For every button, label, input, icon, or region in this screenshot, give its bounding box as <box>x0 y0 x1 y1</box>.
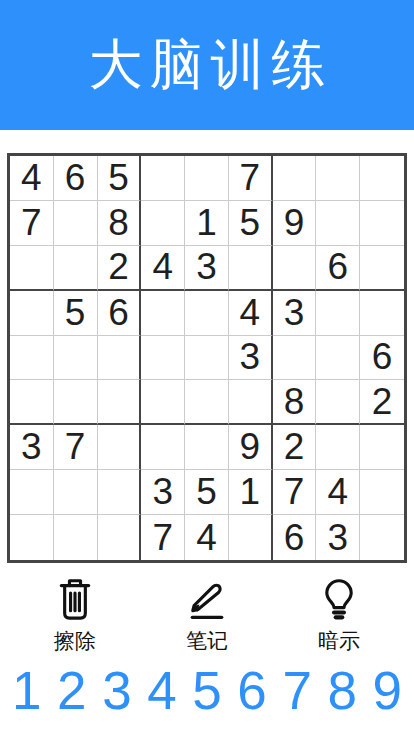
digit-button-1[interactable]: 1 <box>12 664 41 717</box>
cell-r2c5[interactable]: 1 <box>185 201 229 246</box>
cell-r6c3[interactable] <box>98 380 142 425</box>
cell-r7c9[interactable] <box>360 425 404 470</box>
hint-button[interactable]: 暗示 <box>299 576 379 655</box>
erase-label: 擦除 <box>54 627 96 655</box>
cell-r1c1[interactable]: 4 <box>10 156 54 201</box>
cell-r7c1[interactable]: 3 <box>10 425 54 470</box>
cell-r2c9[interactable] <box>360 201 404 246</box>
digit-button-5[interactable]: 5 <box>192 664 221 717</box>
cell-r4c7[interactable]: 3 <box>273 291 317 336</box>
cell-r7c6[interactable]: 9 <box>229 425 273 470</box>
cell-r8c5[interactable]: 5 <box>185 470 229 515</box>
cell-r4c9[interactable] <box>360 291 404 336</box>
cell-r7c8[interactable] <box>316 425 360 470</box>
cell-r5c6[interactable]: 3 <box>229 336 273 381</box>
cell-r1c3[interactable]: 5 <box>98 156 142 201</box>
page-title: 大脑训练 <box>82 29 333 102</box>
cell-r5c8[interactable] <box>316 336 360 381</box>
cell-r9c3[interactable] <box>98 515 142 560</box>
cell-r1c4[interactable] <box>141 156 185 201</box>
cell-r4c3[interactable]: 6 <box>98 291 142 336</box>
cell-r6c1[interactable] <box>10 380 54 425</box>
hint-label: 暗示 <box>318 627 360 655</box>
digit-button-2[interactable]: 2 <box>57 664 86 717</box>
cell-r3c4[interactable]: 4 <box>141 246 185 291</box>
cell-r4c4[interactable] <box>141 291 185 336</box>
erase-button[interactable]: 擦除 <box>35 576 115 655</box>
cell-r5c1[interactable] <box>10 336 54 381</box>
lightbulb-icon <box>316 576 362 624</box>
cell-r8c1[interactable] <box>10 470 54 515</box>
cell-r7c5[interactable] <box>185 425 229 470</box>
cell-r9c9[interactable] <box>360 515 404 560</box>
digit-button-6[interactable]: 6 <box>237 664 266 717</box>
cell-r2c3[interactable]: 8 <box>98 201 142 246</box>
cell-r9c5[interactable]: 4 <box>185 515 229 560</box>
cell-r9c2[interactable] <box>54 515 98 560</box>
notes-label: 笔记 <box>186 627 228 655</box>
cell-r3c9[interactable] <box>360 246 404 291</box>
cell-r9c7[interactable]: 6 <box>273 515 317 560</box>
cell-r6c7[interactable]: 8 <box>273 380 317 425</box>
cell-r8c7[interactable]: 7 <box>273 470 317 515</box>
cell-r1c9[interactable] <box>360 156 404 201</box>
cell-r8c3[interactable] <box>98 470 142 515</box>
cell-r3c2[interactable] <box>54 246 98 291</box>
cell-r7c3[interactable] <box>98 425 142 470</box>
digit-button-8[interactable]: 8 <box>327 664 356 717</box>
cell-r4c6[interactable]: 4 <box>229 291 273 336</box>
cell-r8c8[interactable]: 4 <box>316 470 360 515</box>
cell-r5c5[interactable] <box>185 336 229 381</box>
cell-r7c2[interactable]: 7 <box>54 425 98 470</box>
cell-r1c8[interactable] <box>316 156 360 201</box>
notes-button[interactable]: 笔记 <box>167 576 247 655</box>
cell-r8c9[interactable] <box>360 470 404 515</box>
digit-button-3[interactable]: 3 <box>102 664 131 717</box>
cell-r8c6[interactable]: 1 <box>229 470 273 515</box>
cell-r6c4[interactable] <box>141 380 185 425</box>
cell-r6c2[interactable] <box>54 380 98 425</box>
cell-r8c4[interactable]: 3 <box>141 470 185 515</box>
cell-r2c1[interactable]: 7 <box>10 201 54 246</box>
cell-r4c1[interactable] <box>10 291 54 336</box>
cell-r9c6[interactable] <box>229 515 273 560</box>
app-header: 大脑训练 <box>0 0 414 130</box>
cell-r1c6[interactable]: 7 <box>229 156 273 201</box>
cell-r3c8[interactable]: 6 <box>316 246 360 291</box>
digit-button-9[interactable]: 9 <box>373 664 402 717</box>
cell-r3c7[interactable] <box>273 246 317 291</box>
cell-r6c9[interactable]: 2 <box>360 380 404 425</box>
cell-r6c5[interactable] <box>185 380 229 425</box>
cell-r2c8[interactable] <box>316 201 360 246</box>
cell-r9c1[interactable] <box>10 515 54 560</box>
cell-r1c7[interactable] <box>273 156 317 201</box>
cell-r9c8[interactable]: 3 <box>316 515 360 560</box>
cell-r3c1[interactable] <box>10 246 54 291</box>
cell-r2c6[interactable]: 5 <box>229 201 273 246</box>
cell-r5c7[interactable] <box>273 336 317 381</box>
cell-r7c4[interactable] <box>141 425 185 470</box>
cell-r4c2[interactable]: 5 <box>54 291 98 336</box>
digit-button-4[interactable]: 4 <box>147 664 176 717</box>
trash-icon <box>52 576 98 624</box>
cell-r4c8[interactable] <box>316 291 360 336</box>
number-pad: 123456789 <box>0 654 414 726</box>
cell-r3c5[interactable]: 3 <box>185 246 229 291</box>
cell-r1c5[interactable] <box>185 156 229 201</box>
cell-r5c2[interactable] <box>54 336 98 381</box>
cell-r5c4[interactable] <box>141 336 185 381</box>
cell-r7c7[interactable]: 2 <box>273 425 317 470</box>
pencil-icon <box>184 576 230 624</box>
toolbar: 擦除 笔记 暗示 <box>0 576 414 654</box>
cell-r5c3[interactable] <box>98 336 142 381</box>
cell-r3c3[interactable]: 2 <box>98 246 142 291</box>
cell-r8c2[interactable] <box>54 470 98 515</box>
sudoku-board: 4657781592436564336823792351747463 <box>7 153 407 563</box>
cell-r9c4[interactable]: 7 <box>141 515 185 560</box>
cell-r2c7[interactable]: 9 <box>273 201 317 246</box>
cell-r2c4[interactable] <box>141 201 185 246</box>
cell-r4c5[interactable] <box>185 291 229 336</box>
cell-r2c2[interactable] <box>54 201 98 246</box>
cell-r6c6[interactable] <box>229 380 273 425</box>
cell-r3c6[interactable] <box>229 246 273 291</box>
digit-button-7[interactable]: 7 <box>282 664 311 717</box>
cell-r5c9[interactable]: 6 <box>360 336 404 381</box>
cell-r6c8[interactable] <box>316 380 360 425</box>
cell-r1c2[interactable]: 6 <box>54 156 98 201</box>
